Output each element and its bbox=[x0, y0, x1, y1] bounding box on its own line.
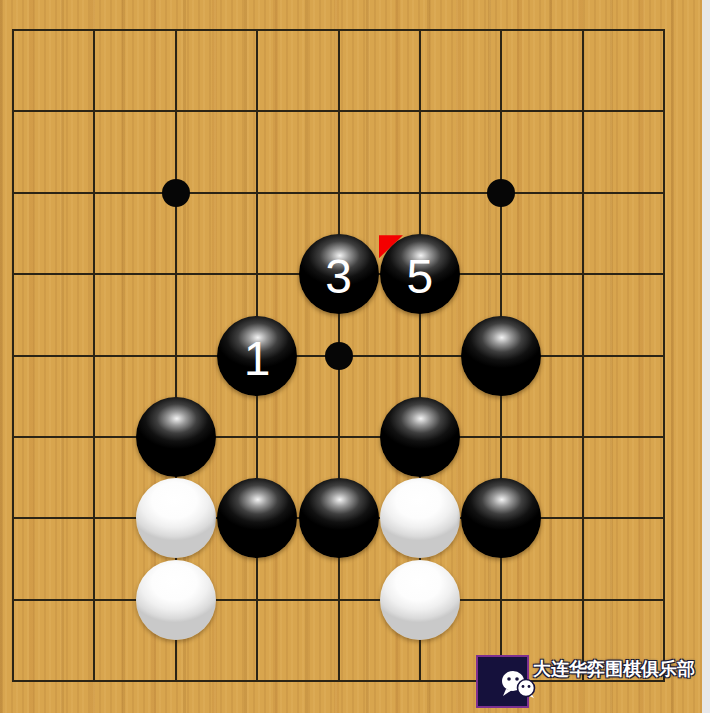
intersection-7-5[interactable] bbox=[461, 315, 542, 396]
intersection-8-6[interactable] bbox=[542, 396, 623, 477]
club-logo-square bbox=[476, 655, 529, 708]
go-board: 351 大连华弈围棋俱乐部 bbox=[0, 0, 702, 713]
intersection-4-6[interactable] bbox=[216, 396, 297, 477]
intersection-1-3[interactable] bbox=[0, 152, 54, 233]
intersection-5-7[interactable] bbox=[298, 478, 379, 559]
intersection-4-5[interactable]: 1 bbox=[216, 315, 297, 396]
intersection-7-1[interactable] bbox=[461, 0, 542, 71]
black-stone[interactable] bbox=[461, 316, 541, 396]
intersection-6-1[interactable] bbox=[379, 0, 460, 71]
intersection-2-6[interactable] bbox=[54, 396, 135, 477]
board-intersections: 351 bbox=[0, 0, 702, 713]
intersection-3-7[interactable] bbox=[135, 478, 216, 559]
intersection-4-3[interactable] bbox=[216, 152, 297, 233]
black-stone[interactable] bbox=[461, 478, 541, 558]
intersection-9-6[interactable] bbox=[623, 396, 702, 477]
intersection-7-2[interactable] bbox=[461, 71, 542, 152]
intersection-9-1[interactable] bbox=[623, 0, 702, 71]
star-point bbox=[162, 179, 190, 207]
intersection-9-7[interactable] bbox=[623, 478, 702, 559]
black-stone[interactable] bbox=[380, 397, 460, 477]
intersection-6-8[interactable] bbox=[379, 559, 460, 640]
screenshot-root: 351 大连华弈围棋俱乐部 bbox=[0, 0, 710, 713]
white-stone[interactable] bbox=[136, 560, 216, 640]
intersection-5-5[interactable] bbox=[298, 315, 379, 396]
intersection-7-6[interactable] bbox=[461, 396, 542, 477]
intersection-2-1[interactable] bbox=[54, 0, 135, 71]
intersection-5-3[interactable] bbox=[298, 152, 379, 233]
intersection-7-8[interactable] bbox=[461, 559, 542, 640]
white-stone[interactable] bbox=[380, 478, 460, 558]
intersection-4-2[interactable] bbox=[216, 71, 297, 152]
intersection-9-5[interactable] bbox=[623, 315, 702, 396]
intersection-1-6[interactable] bbox=[0, 396, 54, 477]
black-stone[interactable] bbox=[299, 478, 379, 558]
intersection-2-9[interactable] bbox=[54, 640, 135, 713]
intersection-1-1[interactable] bbox=[0, 0, 54, 71]
intersection-7-4[interactable] bbox=[461, 233, 542, 314]
intersection-6-6[interactable] bbox=[379, 396, 460, 477]
intersection-8-2[interactable] bbox=[542, 71, 623, 152]
intersection-9-8[interactable] bbox=[623, 559, 702, 640]
black-stone[interactable]: 5 bbox=[380, 234, 460, 314]
intersection-5-4[interactable]: 3 bbox=[298, 233, 379, 314]
white-stone[interactable] bbox=[136, 478, 216, 558]
intersection-2-7[interactable] bbox=[54, 478, 135, 559]
intersection-1-4[interactable] bbox=[0, 233, 54, 314]
intersection-6-3[interactable] bbox=[379, 152, 460, 233]
intersection-2-3[interactable] bbox=[54, 152, 135, 233]
intersection-4-8[interactable] bbox=[216, 559, 297, 640]
intersection-3-9[interactable] bbox=[135, 640, 216, 713]
club-name: 大连华弈围棋俱乐部 bbox=[533, 659, 695, 679]
intersection-4-9[interactable] bbox=[216, 640, 297, 713]
intersection-2-8[interactable] bbox=[54, 559, 135, 640]
intersection-9-2[interactable] bbox=[623, 71, 702, 152]
intersection-5-6[interactable] bbox=[298, 396, 379, 477]
intersection-4-4[interactable] bbox=[216, 233, 297, 314]
move-number: 1 bbox=[244, 335, 271, 383]
intersection-6-2[interactable] bbox=[379, 71, 460, 152]
intersection-5-9[interactable] bbox=[298, 640, 379, 713]
intersection-3-1[interactable] bbox=[135, 0, 216, 71]
intersection-3-5[interactable] bbox=[135, 315, 216, 396]
window-edge-strip bbox=[702, 0, 710, 713]
intersection-7-3[interactable] bbox=[461, 152, 542, 233]
intersection-3-8[interactable] bbox=[135, 559, 216, 640]
intersection-3-2[interactable] bbox=[135, 71, 216, 152]
intersection-9-3[interactable] bbox=[623, 152, 702, 233]
intersection-2-4[interactable] bbox=[54, 233, 135, 314]
intersection-8-7[interactable] bbox=[542, 478, 623, 559]
intersection-6-7[interactable] bbox=[379, 478, 460, 559]
intersection-6-4[interactable]: 5 bbox=[379, 233, 460, 314]
intersection-4-1[interactable] bbox=[216, 0, 297, 71]
intersection-8-3[interactable] bbox=[542, 152, 623, 233]
intersection-4-7[interactable] bbox=[216, 478, 297, 559]
intersection-5-1[interactable] bbox=[298, 0, 379, 71]
move-number: 3 bbox=[325, 253, 352, 301]
star-point bbox=[325, 342, 353, 370]
intersection-8-5[interactable] bbox=[542, 315, 623, 396]
intersection-1-8[interactable] bbox=[0, 559, 54, 640]
intersection-5-8[interactable] bbox=[298, 559, 379, 640]
black-stone[interactable]: 3 bbox=[299, 234, 379, 314]
intersection-1-9[interactable] bbox=[0, 640, 54, 713]
black-stone[interactable] bbox=[217, 478, 297, 558]
intersection-3-6[interactable] bbox=[135, 396, 216, 477]
intersection-6-5[interactable] bbox=[379, 315, 460, 396]
intersection-3-3[interactable] bbox=[135, 152, 216, 233]
intersection-3-4[interactable] bbox=[135, 233, 216, 314]
intersection-2-2[interactable] bbox=[54, 71, 135, 152]
intersection-2-5[interactable] bbox=[54, 315, 135, 396]
move-number: 5 bbox=[407, 253, 434, 301]
intersection-7-7[interactable] bbox=[461, 478, 542, 559]
intersection-8-1[interactable] bbox=[542, 0, 623, 71]
red-triangle-marker bbox=[379, 235, 403, 258]
intersection-6-9[interactable] bbox=[379, 640, 460, 713]
black-stone[interactable]: 1 bbox=[217, 316, 297, 396]
intersection-9-4[interactable] bbox=[623, 233, 702, 314]
white-stone[interactable] bbox=[380, 560, 460, 640]
black-stone[interactable] bbox=[136, 397, 216, 477]
intersection-8-4[interactable] bbox=[542, 233, 623, 314]
intersection-1-7[interactable] bbox=[0, 478, 54, 559]
intersection-1-5[interactable] bbox=[0, 315, 54, 396]
intersection-5-2[interactable] bbox=[298, 71, 379, 152]
star-point bbox=[487, 179, 515, 207]
intersection-8-8[interactable] bbox=[542, 559, 623, 640]
wechat-icon bbox=[500, 669, 536, 699]
intersection-1-2[interactable] bbox=[0, 71, 54, 152]
